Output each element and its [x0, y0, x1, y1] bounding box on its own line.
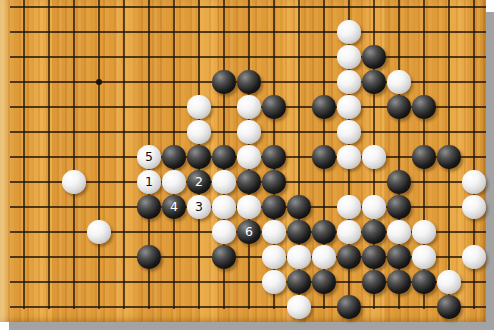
go-game-screenshot: 512436	[0, 0, 500, 335]
black-stone	[387, 270, 411, 294]
black-stone	[312, 145, 336, 169]
move-number-label: 3	[195, 201, 203, 214]
black-stone	[412, 145, 436, 169]
move-number-label: 2	[195, 176, 203, 189]
black-stone	[312, 95, 336, 119]
white-stone	[312, 245, 336, 269]
black-stone	[137, 245, 161, 269]
black-stone	[162, 145, 186, 169]
black-stone	[337, 245, 361, 269]
black-stone	[237, 170, 261, 194]
white-stone	[62, 170, 86, 194]
white-stone: 1	[137, 170, 161, 194]
white-stone	[262, 220, 286, 244]
black-stone	[137, 195, 161, 219]
white-stone	[237, 120, 261, 144]
white-stone	[362, 145, 386, 169]
white-stone	[187, 95, 211, 119]
move-number-label: 4	[170, 201, 178, 214]
black-stone	[387, 195, 411, 219]
black-stone	[437, 295, 461, 319]
white-stone	[362, 195, 386, 219]
white-stone	[387, 70, 411, 94]
black-stone	[287, 220, 311, 244]
black-stone	[187, 145, 211, 169]
go-board[interactable]: 512436	[0, 0, 486, 322]
black-stone	[387, 170, 411, 194]
white-stone	[162, 170, 186, 194]
black-stone	[337, 295, 361, 319]
black-stone	[362, 70, 386, 94]
white-stone	[337, 45, 361, 69]
black-stone: 4	[162, 195, 186, 219]
white-stone	[337, 20, 361, 44]
white-stone	[437, 270, 461, 294]
black-stone	[362, 270, 386, 294]
white-stone	[337, 220, 361, 244]
black-stone	[362, 220, 386, 244]
black-stone: 6	[237, 220, 261, 244]
black-stone	[387, 245, 411, 269]
black-stone	[287, 270, 311, 294]
black-stone	[212, 145, 236, 169]
black-stone	[387, 95, 411, 119]
black-stone	[312, 270, 336, 294]
move-number-label: 1	[145, 176, 153, 189]
white-stone	[212, 170, 236, 194]
white-stone	[337, 95, 361, 119]
black-stone	[262, 95, 286, 119]
black-stone	[287, 195, 311, 219]
white-stone	[462, 245, 486, 269]
move-number-label: 6	[245, 226, 253, 239]
white-stone	[212, 195, 236, 219]
white-stone	[237, 195, 261, 219]
white-stone: 5	[137, 145, 161, 169]
white-stone	[462, 195, 486, 219]
black-stone	[312, 220, 336, 244]
black-stone	[412, 270, 436, 294]
white-stone	[412, 245, 436, 269]
white-stone	[387, 220, 411, 244]
black-stone	[262, 145, 286, 169]
white-stone	[337, 120, 361, 144]
star-point	[96, 79, 102, 85]
white-stone	[287, 295, 311, 319]
white-stone	[262, 270, 286, 294]
black-stone	[437, 145, 461, 169]
black-stone	[412, 95, 436, 119]
black-stone	[262, 170, 286, 194]
white-stone	[412, 220, 436, 244]
black-stone	[212, 70, 236, 94]
white-stone: 3	[187, 195, 211, 219]
white-stone	[262, 245, 286, 269]
white-stone	[87, 220, 111, 244]
white-stone	[187, 120, 211, 144]
white-stone	[337, 145, 361, 169]
black-stone	[212, 245, 236, 269]
black-stone	[262, 195, 286, 219]
white-stone	[287, 245, 311, 269]
black-stone	[362, 45, 386, 69]
white-stone	[212, 220, 236, 244]
move-number-label: 5	[145, 151, 153, 164]
white-stone	[337, 195, 361, 219]
white-stone	[237, 145, 261, 169]
black-stone: 2	[187, 170, 211, 194]
black-stone	[237, 70, 261, 94]
white-stone	[237, 95, 261, 119]
white-stone	[462, 170, 486, 194]
black-stone	[362, 245, 386, 269]
white-stone	[337, 70, 361, 94]
